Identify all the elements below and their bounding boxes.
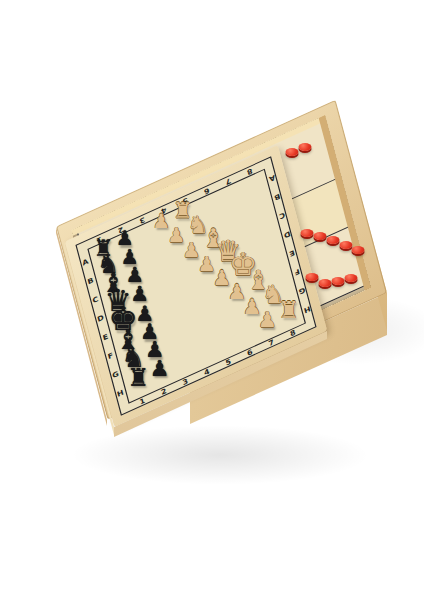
product-photo-scene: AABBCCDDEEFFGGHH1122334455667788 ♜♟♞♟♝♟♛…	[0, 0, 424, 600]
chessboard-lid: AABBCCDDEEFFGGHH1122334455667788	[65, 145, 327, 427]
box-shadow	[70, 425, 370, 485]
